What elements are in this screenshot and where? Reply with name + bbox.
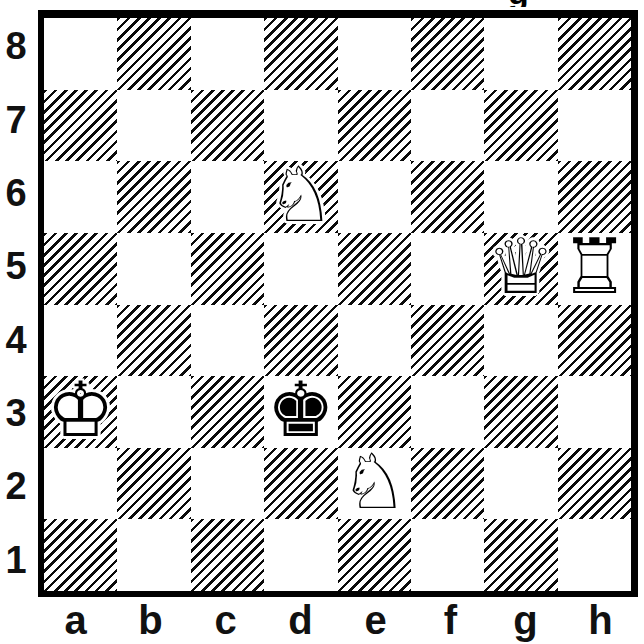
file-label-d: d <box>263 597 338 644</box>
cutoff-text-glyph: g <box>508 0 534 7</box>
rank-label-8: 8 <box>0 10 38 83</box>
square-d2 <box>264 448 337 520</box>
square-e1 <box>338 519 411 591</box>
rank-label-5: 5 <box>0 230 38 303</box>
square-h4 <box>558 305 631 377</box>
square-e2: ♞♘ <box>338 448 411 520</box>
square-e7 <box>338 90 411 162</box>
chess-diagram-page: g 87654321 ♞♘♛♕♜♖♚♔♚♚♞♘ abcdefgh <box>0 0 644 644</box>
file-label-f: f <box>413 597 488 644</box>
square-g3 <box>484 376 557 448</box>
square-h2 <box>558 448 631 520</box>
square-f8 <box>411 18 484 90</box>
rank-labels: 87654321 <box>0 10 38 597</box>
square-b5 <box>117 233 190 305</box>
square-g7 <box>484 90 557 162</box>
black-king-glyph: ♚ <box>264 376 337 448</box>
square-b7 <box>117 90 190 162</box>
square-g1 <box>484 519 557 591</box>
square-c2 <box>191 448 264 520</box>
file-label-c: c <box>188 597 263 644</box>
square-b6 <box>117 161 190 233</box>
file-labels: abcdefgh <box>38 597 638 644</box>
square-g5: ♛♕ <box>484 233 557 305</box>
file-label-b: b <box>113 597 188 644</box>
square-c1 <box>191 519 264 591</box>
rank-label-1: 1 <box>0 524 38 597</box>
square-h8 <box>558 18 631 90</box>
white-rook-glyph: ♖ <box>558 233 631 305</box>
rank-label-4: 4 <box>0 304 38 377</box>
square-a2 <box>44 448 117 520</box>
square-e6 <box>338 161 411 233</box>
white-knight-glyph: ♘ <box>338 448 411 520</box>
square-a5 <box>44 233 117 305</box>
square-f2 <box>411 448 484 520</box>
square-a6 <box>44 161 117 233</box>
square-f1 <box>411 519 484 591</box>
white-knight-e2: ♞♘ <box>338 448 411 520</box>
square-d8 <box>264 18 337 90</box>
rank-label-7: 7 <box>0 83 38 156</box>
file-label-g: g <box>488 597 563 644</box>
square-b3 <box>117 376 190 448</box>
cutoff-text-fragment: g <box>508 0 534 7</box>
square-d5 <box>264 233 337 305</box>
square-c5 <box>191 233 264 305</box>
black-king-d3: ♚♚ <box>264 376 337 448</box>
square-f3 <box>411 376 484 448</box>
square-e5 <box>338 233 411 305</box>
square-g4 <box>484 305 557 377</box>
square-d1 <box>264 519 337 591</box>
square-e8 <box>338 18 411 90</box>
white-rook-h5: ♜♖ <box>558 233 631 305</box>
square-e4 <box>338 305 411 377</box>
square-a8 <box>44 18 117 90</box>
square-h3 <box>558 376 631 448</box>
square-f4 <box>411 305 484 377</box>
square-h1 <box>558 519 631 591</box>
square-b1 <box>117 519 190 591</box>
square-f6 <box>411 161 484 233</box>
white-queen-g5: ♛♕ <box>484 233 557 305</box>
rank-label-3: 3 <box>0 377 38 450</box>
square-h7 <box>558 90 631 162</box>
white-knight-d6: ♞♘ <box>264 161 337 233</box>
square-c4 <box>191 305 264 377</box>
square-g8 <box>484 18 557 90</box>
white-king-a3: ♚♔ <box>44 376 117 448</box>
square-f7 <box>411 90 484 162</box>
rank-label-6: 6 <box>0 157 38 230</box>
chess-board: ♞♘♛♕♜♖♚♔♚♚♞♘ <box>38 10 638 597</box>
square-c6 <box>191 161 264 233</box>
square-b8 <box>117 18 190 90</box>
square-a1 <box>44 519 117 591</box>
square-c7 <box>191 90 264 162</box>
file-label-a: a <box>38 597 113 644</box>
square-c3 <box>191 376 264 448</box>
file-label-h: h <box>563 597 638 644</box>
square-a7 <box>44 90 117 162</box>
square-c8 <box>191 18 264 90</box>
rank-label-2: 2 <box>0 450 38 523</box>
square-a3: ♚♔ <box>44 376 117 448</box>
white-king-glyph: ♔ <box>44 376 117 448</box>
white-knight-glyph: ♘ <box>264 161 337 233</box>
square-b4 <box>117 305 190 377</box>
white-queen-glyph: ♕ <box>484 233 557 305</box>
square-b2 <box>117 448 190 520</box>
square-d3: ♚♚ <box>264 376 337 448</box>
square-f5 <box>411 233 484 305</box>
square-d6: ♞♘ <box>264 161 337 233</box>
square-g2 <box>484 448 557 520</box>
file-label-e: e <box>338 597 413 644</box>
square-h5: ♜♖ <box>558 233 631 305</box>
